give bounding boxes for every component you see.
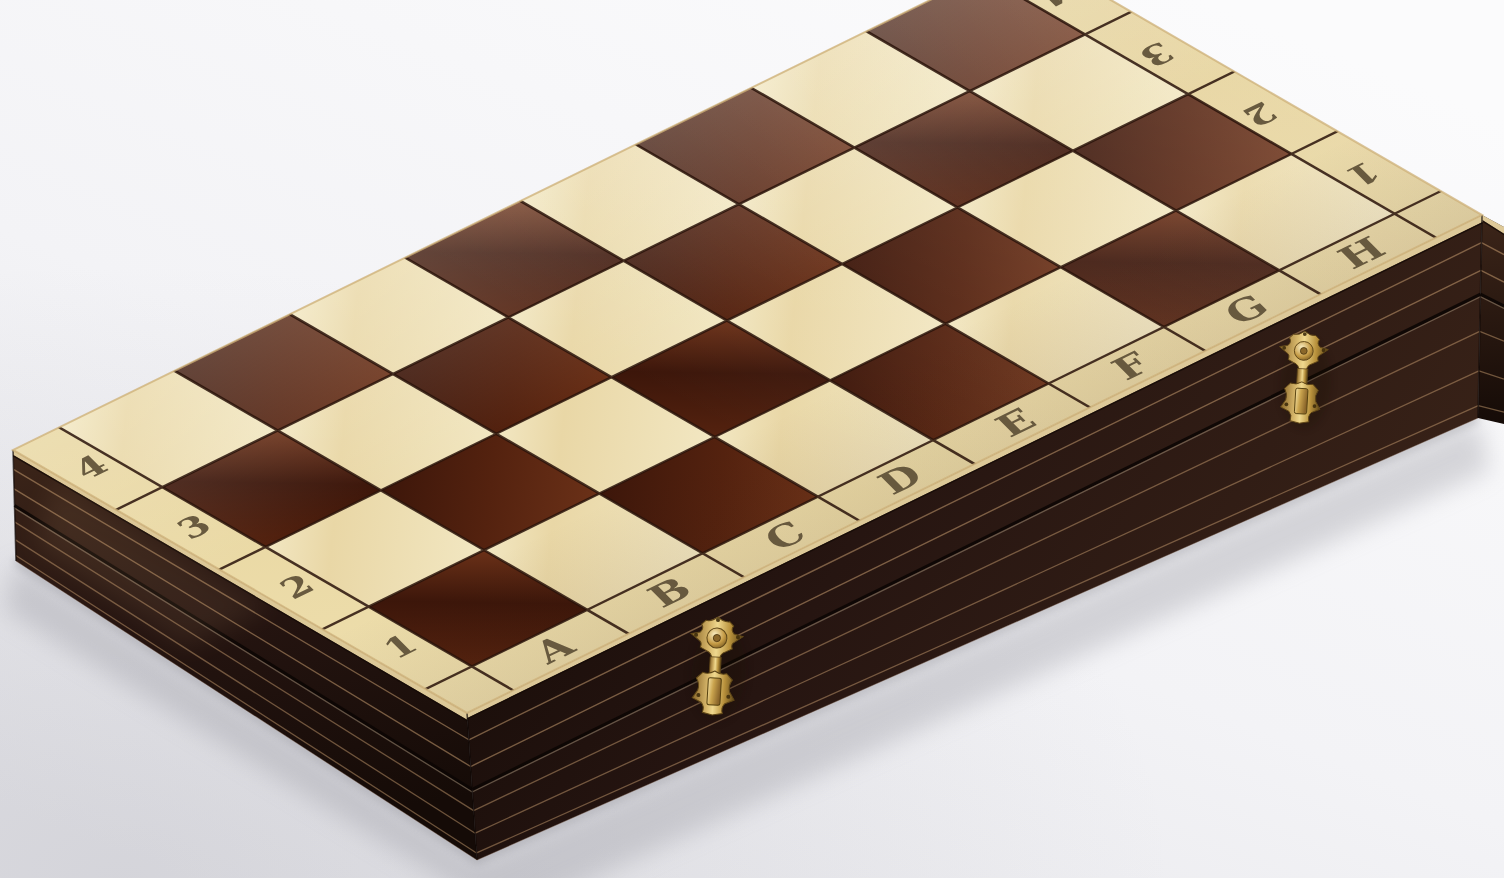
scene-photo: ABCDEFGH11223344 <box>0 0 1504 878</box>
chess-box-photo: ABCDEFGH11223344 <box>0 0 1504 878</box>
